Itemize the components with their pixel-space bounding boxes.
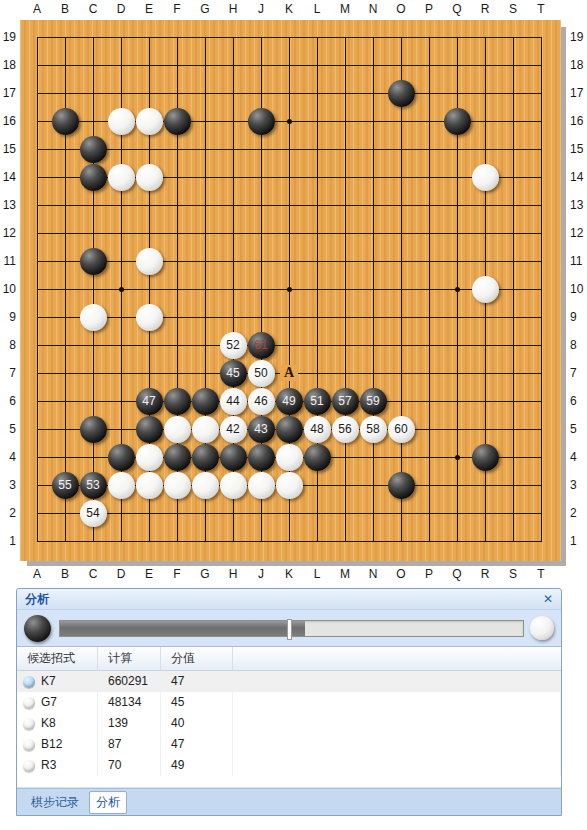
stone-white-k3 [276, 472, 303, 499]
coord-label-row-7: 7 [569, 359, 587, 387]
coord-label-col-B: B [51, 0, 79, 18]
candidate-stone-icon [23, 676, 35, 688]
coord-label-row-5: 5 [0, 415, 18, 443]
coord-label-row-13: 13 [569, 191, 587, 219]
coord-label-col-E: E [135, 0, 163, 18]
stone-black-c3: 53 [80, 472, 107, 499]
coord-label-row-10: 10 [0, 275, 18, 303]
move-marker-a: A [275, 359, 303, 387]
coord-label-col-H: H [219, 0, 247, 18]
stone-black-g4 [192, 444, 219, 471]
coord-label-row-3: 3 [569, 471, 587, 499]
coord-label-col-B: B [51, 565, 79, 582]
candidate-score: 47 [161, 734, 233, 755]
coord-label-row-7: 7 [0, 359, 18, 387]
stone-white-m5: 56 [332, 416, 359, 443]
candidate-move: G7 [41, 692, 57, 713]
coord-label-col-R: R [471, 565, 499, 582]
candidate-row-r3[interactable]: R37049 [17, 755, 561, 776]
coord-label-col-G: G [191, 0, 219, 18]
coord-label-row-8: 8 [569, 331, 587, 359]
stone-black-q16 [444, 108, 471, 135]
stone-white-d3 [108, 472, 135, 499]
candidate-move: K8 [41, 713, 56, 734]
stone-black-m6: 57 [332, 388, 359, 415]
stones-layer: 5261455047444649515759424348565860555354… [23, 23, 555, 555]
candidate-filler [233, 671, 561, 692]
coord-label-row-14: 14 [0, 163, 18, 191]
coord-label-col-J: J [247, 0, 275, 18]
stone-white-d14 [108, 164, 135, 191]
coord-label-col-K: K [275, 565, 303, 582]
coord-label-row-1: 1 [0, 527, 18, 555]
coord-label-row-18: 18 [0, 51, 18, 79]
coord-label-col-M: M [331, 565, 359, 582]
board-coordinates-bottom: ABCDEFGHJKLMNOPQRST [23, 565, 555, 582]
coord-label-col-L: L [303, 565, 331, 582]
coord-label-col-K: K [275, 0, 303, 18]
coord-label-row-17: 17 [569, 79, 587, 107]
candidate-move: B12 [41, 734, 62, 755]
stone-black-h7: 45 [220, 360, 247, 387]
stone-black-c14 [80, 164, 107, 191]
stone-black-c15 [80, 136, 107, 163]
stone-white-l5: 48 [304, 416, 331, 443]
stone-black-j16 [248, 108, 275, 135]
coord-label-row-16: 16 [569, 107, 587, 135]
candidate-filler [233, 755, 561, 776]
candidate-filler [233, 734, 561, 755]
stone-black-c11 [80, 248, 107, 275]
white-stone-icon [530, 616, 554, 640]
coord-label-row-11: 11 [0, 247, 18, 275]
coord-label-col-S: S [499, 0, 527, 18]
stone-white-j7: 50 [248, 360, 275, 387]
coord-label-col-R: R [471, 0, 499, 18]
coord-label-col-C: C [79, 0, 107, 18]
stone-white-e4 [136, 444, 163, 471]
stone-black-l4 [304, 444, 331, 471]
header-cell-2: 计算 [98, 647, 161, 670]
coord-label-col-A: A [23, 565, 51, 582]
coord-label-col-A: A [23, 0, 51, 18]
coord-label-col-J: J [247, 565, 275, 582]
stone-black-o17 [388, 80, 415, 107]
coord-label-row-18: 18 [569, 51, 587, 79]
stone-white-j3 [248, 472, 275, 499]
coord-label-row-14: 14 [569, 163, 587, 191]
stone-white-e14 [136, 164, 163, 191]
stone-black-b3: 55 [52, 472, 79, 499]
coord-label-row-15: 15 [0, 135, 18, 163]
coord-label-row-19: 19 [0, 23, 18, 51]
coord-label-row-9: 9 [569, 303, 587, 331]
candidate-score: 40 [161, 713, 233, 734]
candidate-score: 47 [161, 671, 233, 692]
coord-label-row-8: 8 [0, 331, 18, 359]
candidate-score: 45 [161, 692, 233, 713]
stone-white-f5 [164, 416, 191, 443]
coord-label-row-3: 3 [0, 471, 18, 499]
table-header-row: 候选招式计算分值 [17, 647, 561, 671]
stone-white-e11 [136, 248, 163, 275]
stone-white-j6: 46 [248, 388, 275, 415]
stone-black-j4 [248, 444, 275, 471]
stone-black-b16 [52, 108, 79, 135]
stone-white-e9 [136, 304, 163, 331]
candidate-playouts: 48134 [98, 692, 161, 713]
screen: ABCDEFGHJKLMNOPQRST ABCDEFGHJKLMNOPQRST … [0, 0, 587, 830]
panel-title: 分析 [25, 589, 49, 609]
coord-label-row-2: 2 [0, 499, 18, 527]
coord-label-row-6: 6 [569, 387, 587, 415]
stone-black-n6: 59 [360, 388, 387, 415]
winrate-slider-handle[interactable] [287, 619, 292, 640]
coord-label-col-H: H [219, 565, 247, 582]
tab-move-record[interactable]: 棋步记录 [25, 792, 85, 813]
coord-label-col-P: P [415, 0, 443, 18]
stone-white-e16 [136, 108, 163, 135]
close-icon[interactable]: ✕ [543, 589, 553, 609]
stone-black-f4 [164, 444, 191, 471]
header-cell-filler [233, 647, 561, 670]
coord-label-row-11: 11 [569, 247, 587, 275]
coord-label-row-17: 17 [0, 79, 18, 107]
coord-label-col-F: F [163, 565, 191, 582]
stone-black-k5 [276, 416, 303, 443]
board-coordinates-top: ABCDEFGHJKLMNOPQRST [23, 0, 555, 18]
coord-label-col-Q: Q [443, 565, 471, 582]
coord-label-col-D: D [107, 0, 135, 18]
coord-label-col-N: N [359, 565, 387, 582]
coord-label-row-9: 9 [0, 303, 18, 331]
winrate-slider-track[interactable] [59, 620, 524, 637]
stone-black-f16 [164, 108, 191, 135]
coord-label-col-P: P [415, 565, 443, 582]
coord-label-col-O: O [387, 0, 415, 18]
tab-analysis[interactable]: 分析 [89, 791, 127, 814]
stone-white-h3 [220, 472, 247, 499]
stone-white-k4 [276, 444, 303, 471]
black-stone-icon [24, 615, 51, 642]
stone-white-r10 [472, 276, 499, 303]
winrate-slider-fill [60, 621, 305, 636]
coord-label-row-10: 10 [569, 275, 587, 303]
coord-label-col-N: N [359, 0, 387, 18]
go-board[interactable]: 5261455047444649515759424348565860555354… [20, 20, 561, 561]
candidate-move: R3 [41, 755, 56, 776]
coord-label-row-1: 1 [569, 527, 587, 555]
coord-label-col-T: T [527, 0, 555, 18]
candidate-filler [233, 713, 561, 734]
coord-label-row-13: 13 [0, 191, 18, 219]
coord-label-row-6: 6 [0, 387, 18, 415]
stone-white-h8: 52 [220, 332, 247, 359]
stone-black-r4 [472, 444, 499, 471]
candidate-row-k7[interactable]: K766029147 [17, 671, 561, 692]
stone-white-c2: 54 [80, 500, 107, 527]
stone-black-g6 [192, 388, 219, 415]
stone-black-d4 [108, 444, 135, 471]
board-coordinates-right: 19181716151413121110987654321 [569, 23, 587, 555]
candidate-stone-icon [23, 718, 35, 730]
coord-label-row-12: 12 [0, 219, 18, 247]
candidate-playouts: 70 [98, 755, 161, 776]
candidate-row-k8[interactable]: K813940 [17, 713, 561, 734]
coord-label-row-12: 12 [569, 219, 587, 247]
candidate-playouts: 660291 [98, 671, 161, 692]
panel-title-bar: 分析 ✕ [17, 589, 561, 610]
stone-white-d16 [108, 108, 135, 135]
header-cell-3: 分值 [161, 647, 233, 670]
coord-label-row-5: 5 [569, 415, 587, 443]
header-cell-1: 候选招式 [17, 647, 98, 670]
stone-white-o5: 60 [388, 416, 415, 443]
candidate-playouts: 139 [98, 713, 161, 734]
stone-white-h5: 42 [220, 416, 247, 443]
stone-black-j5: 43 [248, 416, 275, 443]
stone-white-g3 [192, 472, 219, 499]
coord-label-row-2: 2 [569, 499, 587, 527]
stone-black-k6: 49 [276, 388, 303, 415]
stone-black-f6 [164, 388, 191, 415]
stone-black-l6: 51 [304, 388, 331, 415]
candidate-stone-icon [23, 760, 35, 772]
coord-label-col-E: E [135, 565, 163, 582]
coord-label-col-Q: Q [443, 0, 471, 18]
candidate-moves-table: 候选招式计算分值 K766029147G74813445K813940B1287… [17, 646, 561, 787]
stone-black-e6: 47 [136, 388, 163, 415]
candidate-row-g7[interactable]: G74813445 [17, 692, 561, 713]
coord-label-row-4: 4 [0, 443, 18, 471]
candidate-filler [233, 692, 561, 713]
board-coordinates-left: 19181716151413121110987654321 [0, 23, 18, 555]
coord-label-col-D: D [107, 565, 135, 582]
coord-label-row-15: 15 [569, 135, 587, 163]
candidate-stone-icon [23, 697, 35, 709]
stone-black-e5 [136, 416, 163, 443]
stone-black-c5 [80, 416, 107, 443]
coord-label-col-L: L [303, 0, 331, 18]
stone-white-c9 [80, 304, 107, 331]
stone-white-n5: 58 [360, 416, 387, 443]
stone-white-g5 [192, 416, 219, 443]
stone-white-r14 [472, 164, 499, 191]
coord-label-col-G: G [191, 565, 219, 582]
candidate-score: 49 [161, 755, 233, 776]
candidate-stone-icon [23, 739, 35, 751]
stone-white-h6: 44 [220, 388, 247, 415]
candidate-move: K7 [41, 671, 56, 692]
winrate-slider-row [17, 610, 561, 646]
tab-bar: 棋步记录分析 [17, 788, 561, 815]
stone-white-f3 [164, 472, 191, 499]
candidate-row-b12[interactable]: B128747 [17, 734, 561, 755]
stone-black-j8: 61 [248, 332, 275, 359]
stone-black-o3 [388, 472, 415, 499]
coord-label-col-C: C [79, 565, 107, 582]
stone-white-e3 [136, 472, 163, 499]
coord-label-col-M: M [331, 0, 359, 18]
coord-label-col-F: F [163, 0, 191, 18]
coord-label-col-O: O [387, 565, 415, 582]
coord-label-row-19: 19 [569, 23, 587, 51]
stone-black-h4 [220, 444, 247, 471]
coord-label-row-4: 4 [569, 443, 587, 471]
candidate-playouts: 87 [98, 734, 161, 755]
analysis-panel: 分析 ✕ 候选招式计算分值 K766029147G74813445K813940… [16, 588, 562, 816]
coord-label-col-S: S [499, 565, 527, 582]
coord-label-col-T: T [527, 565, 555, 582]
coord-label-row-16: 16 [0, 107, 18, 135]
